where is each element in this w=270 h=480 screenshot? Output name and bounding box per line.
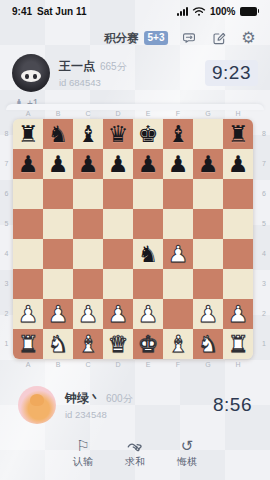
square-a7[interactable]: ♟	[13, 149, 43, 179]
square-c2[interactable]: ♟	[73, 299, 103, 329]
board: ♜♞♝♛♚♝♜♟♟♟♟♟♟♟♟♞♟♟♟♟♟♟♟♟♜♞♝♛♚♝♞♜	[13, 119, 253, 359]
file-labels-bottom: ABCDEFGH	[13, 359, 253, 370]
square-c3[interactable]	[73, 269, 103, 299]
status-time: 9:41	[12, 6, 32, 17]
square-f4[interactable]: ♟	[163, 239, 193, 269]
square-f6[interactable]	[163, 179, 193, 209]
square-e7[interactable]: ♟	[133, 149, 163, 179]
square-e3[interactable]	[133, 269, 163, 299]
file-label-d: D	[103, 108, 133, 119]
square-f5[interactable]	[163, 209, 193, 239]
square-g8[interactable]	[193, 119, 223, 149]
white-bishop-f1: ♝	[168, 329, 189, 359]
status-date: Sat Jun 11	[37, 6, 86, 17]
square-g3[interactable]	[193, 269, 223, 299]
square-f7[interactable]: ♟	[163, 149, 193, 179]
square-d7[interactable]: ♟	[103, 149, 133, 179]
rank-label-4: 4	[257, 239, 270, 269]
rank-label-4: 4	[0, 239, 13, 269]
rank-label-1: 1	[257, 329, 270, 359]
game-panel: ABCDEFGH ♜♞♝♛♚♝♜♟♟♟♟♟♟♟♟♞♟♟♟♟♟♟♟♟♜♞♝♛♚♝♞…	[6, 104, 264, 110]
square-h3[interactable]	[223, 269, 253, 299]
white-knight-b1: ♞	[48, 329, 69, 359]
square-h6[interactable]	[223, 179, 253, 209]
white-bishop-c1: ♝	[78, 329, 99, 359]
square-d4[interactable]	[103, 239, 133, 269]
black-pawn-g7: ♟	[198, 149, 219, 179]
square-c4[interactable]	[73, 239, 103, 269]
opponent-name: 王一点	[59, 58, 95, 75]
rank-label-2: 2	[0, 299, 13, 329]
square-d1[interactable]: ♛	[103, 329, 133, 359]
square-a1[interactable]: ♜	[13, 329, 43, 359]
square-e8[interactable]: ♚	[133, 119, 163, 149]
square-d5[interactable]	[103, 209, 133, 239]
file-label-f: F	[163, 108, 193, 119]
square-e4[interactable]: ♞	[133, 239, 163, 269]
square-h7[interactable]: ♟	[223, 149, 253, 179]
status-bar: 9:41 Sat Jun 11 100%	[0, 0, 270, 18]
square-a5[interactable]	[13, 209, 43, 239]
square-a4[interactable]	[13, 239, 43, 269]
black-knight-b8: ♞	[48, 119, 69, 149]
player-id: id 234548	[65, 409, 133, 420]
file-labels-top: ABCDEFGH	[13, 108, 253, 119]
square-e2[interactable]: ♟	[133, 299, 163, 329]
rank-label-2: 2	[257, 299, 270, 329]
rank-label-6: 6	[0, 179, 13, 209]
square-b5[interactable]	[43, 209, 73, 239]
file-label-a: A	[13, 359, 43, 370]
black-queen-d8: ♛	[108, 119, 129, 149]
game-header: 积分赛 5+3 ⚙	[0, 27, 270, 49]
settings-gear-icon[interactable]: ⚙	[240, 30, 257, 47]
file-label-e: E	[133, 359, 163, 370]
square-a2[interactable]: ♟	[13, 299, 43, 329]
file-label-c: C	[73, 359, 103, 370]
square-f8[interactable]: ♝	[163, 119, 193, 149]
file-label-a: A	[13, 108, 43, 119]
handshake-icon	[126, 436, 144, 453]
square-g6[interactable]	[193, 179, 223, 209]
file-label-f: F	[163, 359, 193, 370]
white-pawn-d2: ♟	[108, 299, 129, 329]
flag-icon: ⚐	[76, 436, 89, 453]
black-knight-e4: ♞	[138, 239, 159, 269]
player-name: 钟绿丶	[65, 390, 101, 407]
black-king-e8: ♚	[138, 119, 159, 149]
square-c1[interactable]: ♝	[73, 329, 103, 359]
square-d6[interactable]	[103, 179, 133, 209]
square-b1[interactable]: ♞	[43, 329, 73, 359]
square-a8[interactable]: ♜	[13, 119, 43, 149]
square-h1[interactable]: ♜	[223, 329, 253, 359]
square-h4[interactable]	[223, 239, 253, 269]
black-bishop-f8: ♝	[168, 119, 189, 149]
black-pawn-b7: ♟	[48, 149, 69, 179]
wifi-icon	[192, 6, 206, 17]
white-pawn-e2: ♟	[138, 299, 159, 329]
square-d2[interactable]: ♟	[103, 299, 133, 329]
white-pawn-a2: ♟	[18, 299, 39, 329]
edit-icon[interactable]	[210, 30, 227, 47]
rank-label-7: 7	[0, 149, 13, 179]
square-b2[interactable]: ♟	[43, 299, 73, 329]
square-g7[interactable]: ♟	[193, 149, 223, 179]
square-b6[interactable]	[43, 179, 73, 209]
player-avatar[interactable]	[18, 386, 56, 424]
file-label-b: B	[43, 108, 73, 119]
square-d3[interactable]	[103, 269, 133, 299]
black-bishop-c8: ♝	[78, 119, 99, 149]
time-control-badge: 5+3	[144, 31, 169, 45]
square-f1[interactable]: ♝	[163, 329, 193, 359]
square-b3[interactable]	[43, 269, 73, 299]
square-h8[interactable]: ♜	[223, 119, 253, 149]
square-h2[interactable]: ♟	[223, 299, 253, 329]
rank-label-6: 6	[257, 179, 270, 209]
file-label-g: G	[193, 359, 223, 370]
file-label-b: B	[43, 359, 73, 370]
square-g1[interactable]: ♞	[193, 329, 223, 359]
square-b8[interactable]: ♞	[43, 119, 73, 149]
file-label-d: D	[103, 359, 133, 370]
player-row: 钟绿丶 600分 id 234548 8:56	[6, 386, 264, 424]
opponent-clock: 9:23	[205, 60, 258, 86]
black-pawn-e7: ♟	[138, 149, 159, 179]
rank-labels-left: 87654321	[0, 119, 13, 359]
rank-label-3: 3	[257, 269, 270, 299]
rank-label-3: 3	[0, 269, 13, 299]
game-mode-label: 积分赛	[104, 31, 138, 46]
black-pawn-c7: ♟	[78, 149, 99, 179]
takeback-button[interactable]: ↺ 悔棋	[177, 436, 197, 469]
square-b7[interactable]: ♟	[43, 149, 73, 179]
white-king-e1: ♚	[138, 329, 159, 359]
file-label-g: G	[193, 108, 223, 119]
square-h5[interactable]	[223, 209, 253, 239]
white-pawn-c2: ♟	[78, 299, 99, 329]
black-rook-a8: ♜	[18, 119, 39, 149]
white-knight-g1: ♞	[198, 329, 219, 359]
square-g4[interactable]	[193, 239, 223, 269]
square-g2[interactable]: ♟	[193, 299, 223, 329]
opponent-avatar[interactable]	[12, 54, 50, 92]
black-pawn-h7: ♟	[228, 149, 249, 179]
square-e6[interactable]	[133, 179, 163, 209]
chat-icon[interactable]	[180, 30, 197, 47]
opponent-score: 665分	[100, 60, 127, 74]
undo-icon: ↺	[181, 436, 194, 453]
black-pawn-f7: ♟	[168, 149, 189, 179]
cellular-signal-icon	[177, 7, 188, 16]
square-c8[interactable]: ♝	[73, 119, 103, 149]
square-g5[interactable]	[193, 209, 223, 239]
opponent-row: 王一点 665分 id 684543 9:23	[0, 54, 270, 92]
square-e5[interactable]	[133, 209, 163, 239]
rank-label-8: 8	[0, 119, 13, 149]
battery-icon	[240, 7, 260, 16]
rank-labels-right: 87654321	[257, 119, 270, 359]
player-clock: 8:56	[213, 394, 252, 416]
file-label-h: H	[223, 108, 253, 119]
white-pawn-g2: ♟	[198, 299, 219, 329]
white-rook-a1: ♜	[18, 329, 39, 359]
square-a3[interactable]	[13, 269, 43, 299]
square-c6[interactable]	[73, 179, 103, 209]
file-label-e: E	[133, 108, 163, 119]
offer-draw-button[interactable]: 求和	[125, 436, 145, 469]
black-pawn-a7: ♟	[18, 149, 39, 179]
opponent-id: id 684543	[59, 77, 127, 88]
file-label-c: C	[73, 108, 103, 119]
square-c5[interactable]	[73, 209, 103, 239]
rank-label-1: 1	[0, 329, 13, 359]
square-c7[interactable]: ♟	[73, 149, 103, 179]
rank-label-5: 5	[257, 209, 270, 239]
rank-label-8: 8	[257, 119, 270, 149]
black-rook-h8: ♜	[228, 119, 249, 149]
square-a6[interactable]	[13, 179, 43, 209]
action-bar: ⚐ 认输 求和 ↺ 悔棋	[6, 436, 264, 469]
white-rook-h1: ♜	[228, 329, 249, 359]
white-queen-d1: ♛	[108, 329, 129, 359]
player-score: 600分	[106, 392, 133, 406]
file-label-h: H	[223, 359, 253, 370]
rank-label-5: 5	[0, 209, 13, 239]
black-pawn-d7: ♟	[108, 149, 129, 179]
square-b4[interactable]	[43, 239, 73, 269]
resign-button[interactable]: ⚐ 认输	[73, 436, 93, 469]
white-pawn-b2: ♟	[48, 299, 69, 329]
square-f2[interactable]	[163, 299, 193, 329]
square-d8[interactable]: ♛	[103, 119, 133, 149]
square-e1[interactable]: ♚	[133, 329, 163, 359]
square-f3[interactable]	[163, 269, 193, 299]
battery-percent: 100%	[210, 6, 236, 17]
white-pawn-h2: ♟	[228, 299, 249, 329]
white-pawn-f4: ♟	[168, 239, 189, 269]
rank-label-7: 7	[257, 149, 270, 179]
